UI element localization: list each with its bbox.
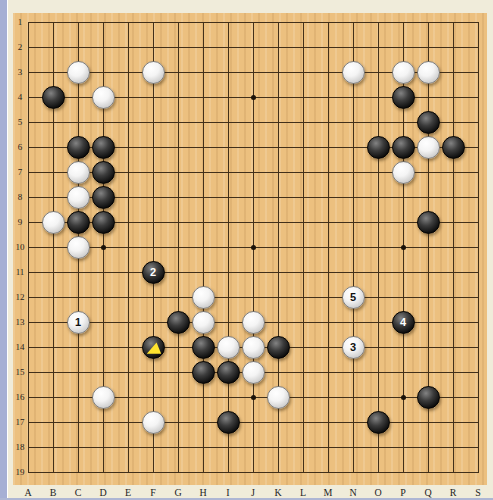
black-stone-P6 [392,136,415,159]
black-stone-I17 [217,411,240,434]
black-stone-C9 [67,211,90,234]
grid-line-vertical [353,22,354,473]
row-label: 10 [8,241,32,253]
grid-line-vertical [378,22,379,473]
grid-line-horizontal [28,472,479,473]
row-label: 19 [8,466,32,478]
grid-line-vertical [328,22,329,473]
row-label: 11 [8,266,32,278]
black-stone-Q16 [417,386,440,409]
star-point [101,245,106,250]
black-stone-B4 [42,86,65,109]
row-label: 7 [8,166,32,178]
black-stone-F14 [142,336,165,359]
white-stone-C7 [67,161,90,184]
black-stone-H15 [192,361,215,384]
black-stone-D8 [92,186,115,209]
black-stone-F11: 2 [142,261,165,284]
black-stone-D9 [92,211,115,234]
white-stone-N12: 5 [342,286,365,309]
black-stone-H14 [192,336,215,359]
move-number-label: 1 [75,317,81,328]
black-stone-C6 [67,136,90,159]
window-edge-strip [0,0,8,500]
row-label: 18 [8,441,32,453]
star-point [251,395,256,400]
black-stone-D6 [92,136,115,159]
white-stone-F3 [142,61,165,84]
white-stone-C13: 1 [67,311,90,334]
move-number-label: 5 [350,292,356,303]
row-label: 5 [8,116,32,128]
black-stone-K14 [267,336,290,359]
black-stone-R6 [442,136,465,159]
move-number-label: 4 [400,317,406,328]
white-stone-H12 [192,286,215,309]
row-label: 14 [8,341,32,353]
row-label: 15 [8,366,32,378]
black-stone-Q9 [417,211,440,234]
row-label: 6 [8,141,32,153]
black-stone-D7 [92,161,115,184]
grid-line-horizontal [28,272,479,273]
move-number-label: 3 [350,342,356,353]
white-stone-F17 [142,411,165,434]
white-stone-I14 [217,336,240,359]
white-stone-J15 [242,361,265,384]
white-stone-D16 [92,386,115,409]
white-stone-Q3 [417,61,440,84]
white-stone-B9 [42,211,65,234]
white-stone-D4 [92,86,115,109]
black-stone-P4 [392,86,415,109]
white-stone-N14: 3 [342,336,365,359]
grid-line-horizontal [28,447,479,448]
white-stone-J13 [242,311,265,334]
row-label: 9 [8,216,32,228]
row-label: 2 [8,41,32,53]
white-stone-H13 [192,311,215,334]
star-point [401,395,406,400]
move-number-label: 2 [150,267,156,278]
white-stone-N3 [342,61,365,84]
star-point [401,245,406,250]
white-stone-P7 [392,161,415,184]
row-label: 4 [8,91,32,103]
grid-line-horizontal [28,297,479,298]
row-label: 3 [8,66,32,78]
grid-line-vertical [303,22,304,473]
triangle-marker-icon [147,342,162,355]
black-stone-G13 [167,311,190,334]
row-label: 13 [8,316,32,328]
grid-line-vertical [453,22,454,473]
black-stone-O17 [367,411,390,434]
row-label: 16 [8,391,32,403]
white-stone-K16 [267,386,290,409]
white-stone-P3 [392,61,415,84]
white-stone-C8 [67,186,90,209]
white-stone-J14 [242,336,265,359]
black-stone-I15 [217,361,240,384]
row-label: 12 [8,291,32,303]
go-diagram-window: 12345678910111213141516171819ABCDEFGHIJK… [0,0,493,500]
white-stone-C10 [67,236,90,259]
grid-line-vertical [478,22,479,473]
grid-line-horizontal [28,422,479,423]
white-stone-Q6 [417,136,440,159]
black-stone-Q5 [417,111,440,134]
white-stone-C3 [67,61,90,84]
row-label: 17 [8,416,32,428]
black-stone-P13: 4 [392,311,415,334]
star-point [251,95,256,100]
black-stone-O6 [367,136,390,159]
star-point [251,245,256,250]
row-label: 1 [8,16,32,28]
row-label: 8 [8,191,32,203]
